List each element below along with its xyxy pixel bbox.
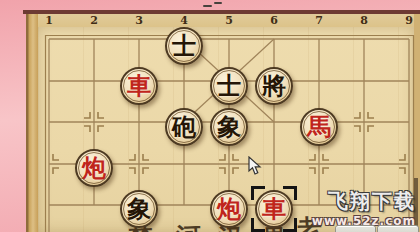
piece-red-chariot-a[interactable]: 車 xyxy=(120,67,158,105)
piece-black-general[interactable]: 將 xyxy=(255,67,293,105)
piece-glyph: 象 xyxy=(122,192,156,227)
file-label: 1 xyxy=(43,15,55,26)
artifact-dash xyxy=(203,5,212,7)
piece-glyph: 士 xyxy=(167,29,201,64)
river-glyph: 老 xyxy=(296,212,322,232)
river-glyph: 河 xyxy=(175,220,201,232)
piece-glyph: 車 xyxy=(257,192,291,227)
file-label: 7 xyxy=(313,15,325,26)
piece-glyph: 象 xyxy=(212,110,246,145)
piece-glyph: 砲 xyxy=(167,110,201,145)
file-label: 8 xyxy=(358,15,370,26)
piece-glyph: 士 xyxy=(212,69,246,104)
file-label: 9 xyxy=(403,15,415,26)
piece-red-cannon-a[interactable]: 炮 xyxy=(75,149,113,187)
piece-black-elephant-a[interactable]: 象 xyxy=(210,108,248,146)
piece-glyph: 將 xyxy=(257,69,291,104)
board-frame-left xyxy=(26,14,38,232)
right-edge-shadow xyxy=(414,178,418,232)
piece-red-cannon-b[interactable]: 炮 xyxy=(210,190,248,228)
clipped-button-right[interactable] xyxy=(377,225,419,232)
piece-black-advisor-b[interactable]: 士 xyxy=(210,67,248,105)
file-label: 3 xyxy=(133,15,145,26)
clipped-button-left[interactable] xyxy=(335,225,376,232)
piece-glyph: 炮 xyxy=(212,192,246,227)
file-label: 6 xyxy=(268,15,280,26)
file-label: 2 xyxy=(88,15,100,26)
screen: 123456789 楚河汉界老 士車士將砲象馬炮象炮車 飞翔下载 www.52z… xyxy=(0,0,420,232)
file-label: 5 xyxy=(223,15,235,26)
piece-glyph: 車 xyxy=(122,69,156,104)
piece-red-chariot-b[interactable]: 車 xyxy=(255,190,293,228)
file-labels: 123456789 xyxy=(0,14,420,27)
piece-glyph: 炮 xyxy=(77,151,111,186)
piece-red-horse[interactable]: 馬 xyxy=(300,108,338,146)
piece-black-advisor-a[interactable]: 士 xyxy=(165,27,203,65)
piece-black-elephant-b[interactable]: 象 xyxy=(120,190,158,228)
file-label: 4 xyxy=(178,15,190,26)
piece-black-cannon[interactable]: 砲 xyxy=(165,108,203,146)
artifact-dash xyxy=(214,2,222,4)
piece-glyph: 馬 xyxy=(302,110,336,145)
